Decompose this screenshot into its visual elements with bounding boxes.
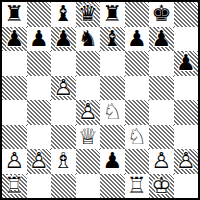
square-e3[interactable]: [100, 125, 125, 150]
square-d2[interactable]: [76, 149, 101, 174]
white-knight-icon-fill: ♞: [125, 125, 148, 150]
square-h4[interactable]: [174, 100, 199, 125]
black-pawn-icon-fill: ♟: [52, 27, 75, 52]
square-d6[interactable]: [76, 51, 101, 76]
square-h7[interactable]: [174, 27, 199, 52]
black-pawn-icon: ♟: [29, 28, 49, 50]
black-rook-icon-fill: ♜: [3, 2, 26, 27]
black-rook-icon-fill: ♜: [101, 2, 124, 27]
white-pawn-icon: ♙: [29, 150, 49, 172]
white-rook-icon-fill: ♜: [3, 174, 26, 199]
square-h6[interactable]: ♟♟: [174, 51, 199, 76]
square-a2[interactable]: ♟♙: [2, 149, 27, 174]
black-knight-icon: ♞: [78, 28, 98, 50]
white-pawn-icon: ♙: [53, 77, 73, 99]
square-g4[interactable]: [149, 100, 174, 125]
square-d8[interactable]: ♛♛: [76, 2, 101, 27]
square-f2[interactable]: [125, 149, 150, 174]
square-d5[interactable]: [76, 76, 101, 101]
square-g7[interactable]: ♟♟: [149, 27, 174, 52]
square-e7[interactable]: ♝♝: [100, 27, 125, 52]
white-knight-icon: ♘: [127, 126, 147, 148]
square-d1[interactable]: [76, 174, 101, 199]
square-a8[interactable]: ♜♜: [2, 2, 27, 27]
square-h3[interactable]: [174, 125, 199, 150]
black-bishop-icon-fill: ♝: [101, 27, 124, 52]
square-f6[interactable]: [125, 51, 150, 76]
square-d3[interactable]: ♛♕: [76, 125, 101, 150]
black-pawn-icon-fill: ♟: [3, 27, 26, 52]
black-pawn-icon: ♟: [102, 150, 122, 172]
square-e1[interactable]: [100, 174, 125, 199]
square-c4[interactable]: [51, 100, 76, 125]
square-a1[interactable]: ♜♖: [2, 174, 27, 199]
square-h1[interactable]: [174, 174, 199, 199]
white-queen-icon: ♕: [78, 126, 98, 148]
square-c5[interactable]: ♟♙: [51, 76, 76, 101]
square-d7[interactable]: ♞♞: [76, 27, 101, 52]
square-a6[interactable]: [2, 51, 27, 76]
black-bishop-icon-fill: ♝: [52, 2, 75, 27]
white-queen-icon-fill: ♛: [76, 125, 99, 150]
white-pawn-icon-fill: ♟: [27, 149, 50, 174]
square-c6[interactable]: [51, 51, 76, 76]
square-c2[interactable]: ♝♗: [51, 149, 76, 174]
square-e6[interactable]: [100, 51, 125, 76]
square-c3[interactable]: [51, 125, 76, 150]
square-b4[interactable]: [27, 100, 52, 125]
black-pawn-icon-fill: ♟: [125, 27, 148, 52]
white-bishop-icon: ♗: [53, 150, 73, 172]
square-g3[interactable]: [149, 125, 174, 150]
white-pawn-icon-fill: ♟: [3, 149, 26, 174]
square-g1[interactable]: ♚♔: [149, 174, 174, 199]
square-g8[interactable]: ♚♚: [149, 2, 174, 27]
chess-board-frame: ♜♜♝♝♛♛♜♜♚♚♟♟♟♟♟♟♞♞♝♝♟♟♟♟♟♟♟♙♟♙♞♘♛♕♞♘♟♙♟♙…: [0, 0, 200, 200]
black-king-icon: ♚: [151, 3, 171, 25]
chess-board: ♜♜♝♝♛♛♜♜♚♚♟♟♟♟♟♟♞♞♝♝♟♟♟♟♟♟♟♙♟♙♞♘♛♕♞♘♟♙♟♙…: [2, 2, 198, 198]
black-pawn-icon-fill: ♟: [150, 27, 173, 52]
square-b2[interactable]: ♟♙: [27, 149, 52, 174]
white-rook-icon: ♖: [4, 175, 24, 197]
white-pawn-icon-fill: ♟: [52, 76, 75, 101]
black-bishop-icon: ♝: [53, 3, 73, 25]
white-knight-icon: ♘: [102, 101, 122, 123]
square-b6[interactable]: [27, 51, 52, 76]
square-c7[interactable]: ♟♟: [51, 27, 76, 52]
square-e5[interactable]: [100, 76, 125, 101]
black-pawn-icon: ♟: [4, 28, 24, 50]
white-pawn-icon: ♙: [78, 101, 98, 123]
black-pawn-icon: ♟: [127, 28, 147, 50]
square-b8[interactable]: [27, 2, 52, 27]
black-pawn-icon: ♟: [53, 28, 73, 50]
white-king-icon-fill: ♚: [150, 174, 173, 199]
black-pawn-icon: ♟: [176, 52, 196, 74]
white-rook-icon-fill: ♜: [125, 174, 148, 199]
square-g5[interactable]: [149, 76, 174, 101]
square-h8[interactable]: [174, 2, 199, 27]
white-king-icon: ♔: [151, 175, 171, 197]
white-pawn-icon-fill: ♟: [76, 100, 99, 125]
square-e4[interactable]: ♞♘: [100, 100, 125, 125]
black-queen-icon-fill: ♛: [76, 2, 99, 27]
black-knight-icon-fill: ♞: [76, 27, 99, 52]
black-pawn-icon-fill: ♟: [27, 27, 50, 52]
square-d4[interactable]: ♟♙: [76, 100, 101, 125]
square-g2[interactable]: ♟♙: [149, 149, 174, 174]
square-a7[interactable]: ♟♟: [2, 27, 27, 52]
white-pawn-icon-fill: ♟: [174, 149, 197, 174]
black-rook-icon: ♜: [4, 3, 24, 25]
square-e8[interactable]: ♜♜: [100, 2, 125, 27]
white-pawn-icon: ♙: [151, 150, 171, 172]
square-a5[interactable]: [2, 76, 27, 101]
black-bishop-icon: ♝: [102, 28, 122, 50]
white-rook-icon: ♖: [127, 175, 147, 197]
white-pawn-icon: ♙: [4, 150, 24, 172]
square-h2[interactable]: ♟♙: [174, 149, 199, 174]
square-a3[interactable]: [2, 125, 27, 150]
square-e2[interactable]: ♟♟: [100, 149, 125, 174]
black-pawn-icon: ♟: [151, 28, 171, 50]
square-f4[interactable]: [125, 100, 150, 125]
square-h5[interactable]: [174, 76, 199, 101]
square-g6[interactable]: [149, 51, 174, 76]
white-bishop-icon-fill: ♝: [52, 149, 75, 174]
square-f3[interactable]: ♞♘: [125, 125, 150, 150]
black-rook-icon: ♜: [102, 3, 122, 25]
square-b7[interactable]: ♟♟: [27, 27, 52, 52]
square-a4[interactable]: [2, 100, 27, 125]
square-c1[interactable]: [51, 174, 76, 199]
square-b3[interactable]: [27, 125, 52, 150]
black-king-icon-fill: ♚: [150, 2, 173, 27]
white-knight-icon-fill: ♞: [101, 100, 124, 125]
square-f7[interactable]: ♟♟: [125, 27, 150, 52]
square-f1[interactable]: ♜♖: [125, 174, 150, 199]
white-pawn-icon: ♙: [176, 150, 196, 172]
square-b1[interactable]: [27, 174, 52, 199]
black-queen-icon: ♛: [78, 3, 98, 25]
black-pawn-icon-fill: ♟: [101, 149, 124, 174]
square-b5[interactable]: [27, 76, 52, 101]
white-pawn-icon-fill: ♟: [150, 149, 173, 174]
square-f8[interactable]: [125, 2, 150, 27]
black-pawn-icon-fill: ♟: [174, 51, 197, 76]
square-c8[interactable]: ♝♝: [51, 2, 76, 27]
square-f5[interactable]: [125, 76, 150, 101]
